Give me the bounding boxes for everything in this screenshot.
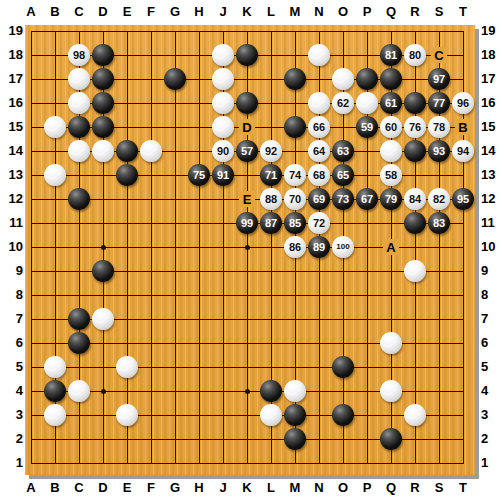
coord-label-left-9: 9: [2, 261, 23, 281]
stone-G17: [164, 68, 186, 90]
stone-J17: [212, 68, 234, 90]
stone-C18: 98: [68, 44, 90, 66]
stone-Q13: 58: [380, 164, 402, 186]
stone-R16: [404, 92, 426, 114]
coord-label-bottom-G: G: [163, 480, 187, 495]
stone-Q16: 61: [380, 92, 402, 114]
coord-label-right-4: 4: [481, 381, 500, 401]
letter-marker-B: B: [455, 119, 471, 135]
coord-label-bottom-P: P: [355, 480, 379, 495]
coord-label-bottom-E: E: [115, 480, 139, 495]
stone-R3: [404, 404, 426, 426]
coord-label-right-17: 17: [481, 69, 500, 89]
coord-label-left-2: 2: [2, 429, 23, 449]
stone-C14: [68, 140, 90, 162]
stone-Q14: [380, 140, 402, 162]
stone-O13: 65: [332, 164, 354, 186]
coord-label-left-17: 17: [2, 69, 23, 89]
stone-D16: [92, 92, 114, 114]
coord-label-left-14: 14: [2, 141, 23, 161]
stone-S12: 82: [428, 188, 450, 210]
stone-S15: 78: [428, 116, 450, 138]
star-point-K10: [245, 245, 250, 250]
stone-L4: [260, 380, 282, 402]
coord-label-top-E: E: [115, 4, 139, 19]
stone-B5: [44, 356, 66, 378]
coord-label-bottom-M: M: [283, 480, 307, 495]
stone-C4: [68, 380, 90, 402]
coord-label-bottom-N: N: [307, 480, 331, 495]
stone-M3: [284, 404, 306, 426]
stone-Q6: [380, 332, 402, 354]
coord-label-top-K: K: [235, 4, 259, 19]
stone-C15: [68, 116, 90, 138]
stone-C17: [68, 68, 90, 90]
stone-N16: [308, 92, 330, 114]
coord-label-top-N: N: [307, 4, 331, 19]
stone-C7: [68, 308, 90, 330]
coord-label-right-13: 13: [481, 165, 500, 185]
stone-R15: 76: [404, 116, 426, 138]
stone-E3: [116, 404, 138, 426]
coord-label-right-15: 15: [481, 117, 500, 137]
coord-label-right-2: 2: [481, 429, 500, 449]
letter-marker-E: E: [239, 191, 255, 207]
coord-label-top-G: G: [163, 4, 187, 19]
coord-label-right-10: 10: [481, 237, 500, 257]
coord-label-left-12: 12: [2, 189, 23, 209]
stone-B4: [44, 380, 66, 402]
stone-Q4: [380, 380, 402, 402]
coord-label-bottom-H: H: [187, 480, 211, 495]
coord-label-right-7: 7: [481, 309, 500, 329]
stone-D7: [92, 308, 114, 330]
stone-L13: 71: [260, 164, 282, 186]
star-point-D4: [101, 389, 106, 394]
stone-T16: 96: [452, 92, 474, 114]
stone-J14: 90: [212, 140, 234, 162]
stone-R12: 84: [404, 188, 426, 210]
coord-label-left-16: 16: [2, 93, 23, 113]
coord-label-top-L: L: [259, 4, 283, 19]
stone-K11: 99: [236, 212, 258, 234]
stone-O10: 100: [332, 236, 354, 258]
coord-label-left-4: 4: [2, 381, 23, 401]
stone-M2: [284, 428, 306, 450]
stone-L11: 87: [260, 212, 282, 234]
stone-C12: [68, 188, 90, 210]
star-point-K4: [245, 389, 250, 394]
coord-label-bottom-O: O: [331, 480, 355, 495]
stone-S16: 77: [428, 92, 450, 114]
stone-N12: 69: [308, 188, 330, 210]
stone-K18: [236, 44, 258, 66]
stone-B15: [44, 116, 66, 138]
coord-label-right-5: 5: [481, 357, 500, 377]
stone-L14: 92: [260, 140, 282, 162]
coord-label-right-18: 18: [481, 45, 500, 65]
coord-label-bottom-F: F: [139, 480, 163, 495]
coord-label-top-M: M: [283, 4, 307, 19]
stone-K16: [236, 92, 258, 114]
stone-T14: 94: [452, 140, 474, 162]
stone-J15: [212, 116, 234, 138]
coord-label-top-O: O: [331, 4, 355, 19]
stone-F14: [140, 140, 162, 162]
letter-marker-A: A: [383, 239, 399, 255]
stone-O17: [332, 68, 354, 90]
coord-label-top-R: R: [403, 4, 427, 19]
stone-L12: 88: [260, 188, 282, 210]
stone-R11: [404, 212, 426, 234]
stone-J18: [212, 44, 234, 66]
coord-label-top-D: D: [91, 4, 115, 19]
coord-label-left-10: 10: [2, 237, 23, 257]
go-diagram: 9881809762617796665960767890579264639394…: [0, 0, 500, 500]
stone-P15: 59: [356, 116, 378, 138]
stone-O12: 73: [332, 188, 354, 210]
star-point-D10: [101, 245, 106, 250]
stone-M4: [284, 380, 306, 402]
stone-J13: 91: [212, 164, 234, 186]
stone-S14: 93: [428, 140, 450, 162]
coord-label-right-14: 14: [481, 141, 500, 161]
coord-label-bottom-K: K: [235, 480, 259, 495]
coord-label-bottom-B: B: [43, 480, 67, 495]
coord-label-right-9: 9: [481, 261, 500, 281]
coord-label-top-S: S: [427, 4, 451, 19]
coord-label-left-1: 1: [2, 453, 23, 473]
coord-label-bottom-L: L: [259, 480, 283, 495]
coord-label-bottom-J: J: [211, 480, 235, 495]
stone-L3: [260, 404, 282, 426]
coord-label-left-6: 6: [2, 333, 23, 353]
stone-R9: [404, 260, 426, 282]
stone-Q12: 79: [380, 188, 402, 210]
stone-O5: [332, 356, 354, 378]
coord-label-left-13: 13: [2, 165, 23, 185]
stone-D14: [92, 140, 114, 162]
stone-K14: 57: [236, 140, 258, 162]
stone-N18: [308, 44, 330, 66]
coord-label-right-19: 19: [481, 21, 500, 41]
coord-label-left-11: 11: [2, 213, 23, 233]
stone-Q17: [380, 68, 402, 90]
stone-Q18: 81: [380, 44, 402, 66]
stone-Q2: [380, 428, 402, 450]
coord-label-top-B: B: [43, 4, 67, 19]
stone-O16: 62: [332, 92, 354, 114]
stone-D18: [92, 44, 114, 66]
stone-R14: [404, 140, 426, 162]
coord-label-right-3: 3: [481, 405, 500, 425]
stone-D15: [92, 116, 114, 138]
coord-label-bottom-T: T: [451, 480, 475, 495]
stone-D17: [92, 68, 114, 90]
coord-label-right-12: 12: [481, 189, 500, 209]
coord-label-top-J: J: [211, 4, 235, 19]
coord-label-bottom-D: D: [91, 480, 115, 495]
coord-label-top-P: P: [355, 4, 379, 19]
stone-B13: [44, 164, 66, 186]
stone-D9: [92, 260, 114, 282]
coord-label-left-3: 3: [2, 405, 23, 425]
coord-label-bottom-S: S: [427, 480, 451, 495]
stone-P12: 67: [356, 188, 378, 210]
coord-label-top-T: T: [451, 4, 475, 19]
stone-P17: [356, 68, 378, 90]
coord-label-right-16: 16: [481, 93, 500, 113]
stone-N15: 66: [308, 116, 330, 138]
stone-H13: 75: [188, 164, 210, 186]
stone-M12: 70: [284, 188, 306, 210]
coord-label-top-A: A: [19, 4, 43, 19]
coord-label-top-C: C: [67, 4, 91, 19]
stone-E13: [116, 164, 138, 186]
coord-label-bottom-C: C: [67, 480, 91, 495]
coord-label-top-H: H: [187, 4, 211, 19]
coord-label-top-Q: Q: [379, 4, 403, 19]
coord-label-left-5: 5: [2, 357, 23, 377]
coord-label-bottom-Q: Q: [379, 480, 403, 495]
stone-T12: 95: [452, 188, 474, 210]
stone-J16: [212, 92, 234, 114]
letter-marker-C: C: [431, 47, 447, 63]
coord-label-left-19: 19: [2, 21, 23, 41]
stone-C16: [68, 92, 90, 114]
stone-M11: 85: [284, 212, 306, 234]
coord-label-left-7: 7: [2, 309, 23, 329]
coord-label-bottom-R: R: [403, 480, 427, 495]
stone-N14: 64: [308, 140, 330, 162]
coord-label-right-11: 11: [481, 213, 500, 233]
stone-E14: [116, 140, 138, 162]
coord-label-right-6: 6: [481, 333, 500, 353]
coord-label-top-F: F: [139, 4, 163, 19]
stone-B3: [44, 404, 66, 426]
stone-S17: 97: [428, 68, 450, 90]
stone-M10: 86: [284, 236, 306, 258]
coord-label-right-1: 1: [481, 453, 500, 473]
stone-S11: 83: [428, 212, 450, 234]
stone-E5: [116, 356, 138, 378]
stone-M15: [284, 116, 306, 138]
stone-Q15: 60: [380, 116, 402, 138]
coord-label-right-8: 8: [481, 285, 500, 305]
stone-P16: [356, 92, 378, 114]
stone-R18: 80: [404, 44, 426, 66]
stone-N10: 89: [308, 236, 330, 258]
coord-label-left-18: 18: [2, 45, 23, 65]
stone-M13: 74: [284, 164, 306, 186]
stone-N11: 72: [308, 212, 330, 234]
coord-label-left-8: 8: [2, 285, 23, 305]
stone-N13: 68: [308, 164, 330, 186]
stone-C6: [68, 332, 90, 354]
stone-O14: 63: [332, 140, 354, 162]
stone-O3: [332, 404, 354, 426]
coord-label-left-15: 15: [2, 117, 23, 137]
coord-label-bottom-A: A: [19, 480, 43, 495]
letter-marker-D: D: [239, 119, 255, 135]
stone-M17: [284, 68, 306, 90]
